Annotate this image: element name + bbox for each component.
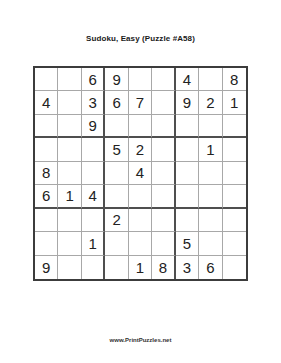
footer-url: www.PrintPuzzles.net [0, 337, 281, 343]
cell-r8c6 [152, 232, 175, 255]
cell-r1c2 [58, 68, 81, 91]
cell-r3c5 [129, 115, 152, 138]
sudoku-grid: 6948436792195218461421591836 [33, 66, 248, 281]
cell-r3c3: 9 [82, 115, 105, 138]
cell-r5c2 [58, 162, 81, 185]
cell-r4c2 [58, 138, 81, 161]
cell-r2c8: 2 [199, 91, 222, 114]
cell-r1c4: 9 [105, 68, 128, 91]
cell-r6c9 [223, 185, 246, 208]
cell-r9c4 [105, 256, 128, 279]
cell-r2c3: 3 [82, 91, 105, 114]
cell-r3c4 [105, 115, 128, 138]
cell-r1c9: 8 [223, 68, 246, 91]
cell-r9c3 [82, 256, 105, 279]
cell-r1c7: 4 [176, 68, 199, 91]
cell-r3c6 [152, 115, 175, 138]
cell-r8c1 [35, 232, 58, 255]
cell-r4c6 [152, 138, 175, 161]
cell-r7c1 [35, 209, 58, 232]
cell-r6c4 [105, 185, 128, 208]
cell-r7c4: 2 [105, 209, 128, 232]
cell-r9c5: 1 [129, 256, 152, 279]
cell-r5c3 [82, 162, 105, 185]
cell-r8c4 [105, 232, 128, 255]
cell-r6c6 [152, 185, 175, 208]
cell-r8c5 [129, 232, 152, 255]
cell-r8c9 [223, 232, 246, 255]
cell-r5c1: 8 [35, 162, 58, 185]
cell-r9c9 [223, 256, 246, 279]
cell-r9c8: 6 [199, 256, 222, 279]
cell-r4c8: 1 [199, 138, 222, 161]
cell-r7c6 [152, 209, 175, 232]
cell-r4c3 [82, 138, 105, 161]
cell-r6c2: 1 [58, 185, 81, 208]
cell-r7c3 [82, 209, 105, 232]
cell-r9c1: 9 [35, 256, 58, 279]
cell-r4c4: 5 [105, 138, 128, 161]
cell-r2c9: 1 [223, 91, 246, 114]
cell-r2c5: 7 [129, 91, 152, 114]
cell-r5c9 [223, 162, 246, 185]
cell-r2c7: 9 [176, 91, 199, 114]
cell-r8c7: 5 [176, 232, 199, 255]
cell-r7c5 [129, 209, 152, 232]
cell-r6c3: 4 [82, 185, 105, 208]
cell-r7c9 [223, 209, 246, 232]
cell-r9c7: 3 [176, 256, 199, 279]
cell-r6c8 [199, 185, 222, 208]
cell-r8c3: 1 [82, 232, 105, 255]
cell-r1c3: 6 [82, 68, 105, 91]
cell-r8c2 [58, 232, 81, 255]
cell-r1c8 [199, 68, 222, 91]
cell-r5c6 [152, 162, 175, 185]
cell-r2c1: 4 [35, 91, 58, 114]
cell-r5c8 [199, 162, 222, 185]
cell-r8c8 [199, 232, 222, 255]
cell-r3c2 [58, 115, 81, 138]
cell-r9c2 [58, 256, 81, 279]
cell-r6c7 [176, 185, 199, 208]
cell-r1c5 [129, 68, 152, 91]
cell-r2c4: 6 [105, 91, 128, 114]
cell-r3c9 [223, 115, 246, 138]
cell-r1c1 [35, 68, 58, 91]
cell-r4c5: 2 [129, 138, 152, 161]
cell-r7c2 [58, 209, 81, 232]
cell-r5c7 [176, 162, 199, 185]
cell-r5c4 [105, 162, 128, 185]
cell-r6c1: 6 [35, 185, 58, 208]
cell-r3c8 [199, 115, 222, 138]
cell-r4c7 [176, 138, 199, 161]
cell-r5c5: 4 [129, 162, 152, 185]
cell-r6c5 [129, 185, 152, 208]
cell-r3c7 [176, 115, 199, 138]
cell-r3c1 [35, 115, 58, 138]
cell-r4c1 [35, 138, 58, 161]
cell-r1c6 [152, 68, 175, 91]
cell-r4c9 [223, 138, 246, 161]
cell-r2c2 [58, 91, 81, 114]
cell-r9c6: 8 [152, 256, 175, 279]
cell-r7c8 [199, 209, 222, 232]
page-title: Sudoku, Easy (Puzzle #A58) [0, 34, 281, 43]
cell-r2c6 [152, 91, 175, 114]
cell-r7c7 [176, 209, 199, 232]
